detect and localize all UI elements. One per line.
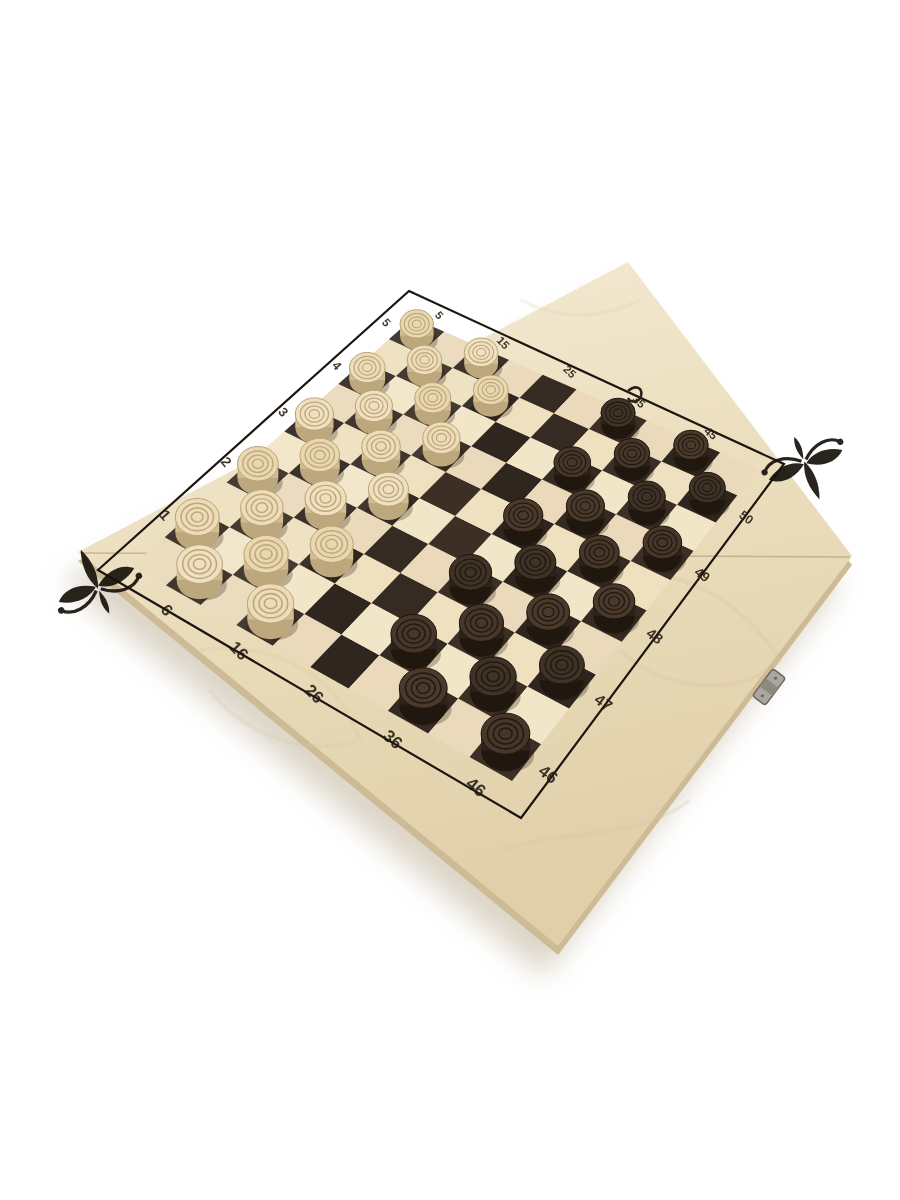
coord-label-2: 2 bbox=[218, 454, 235, 471]
coord-label-3: 3 bbox=[275, 404, 291, 419]
coord-label-5: 5 bbox=[380, 316, 394, 330]
coord-label-5: 5 bbox=[433, 309, 446, 322]
draughts-board-scene: 123455152535456162636464647484950 bbox=[0, 0, 900, 1200]
product-photo-stage: 123455152535456162636464647484950 bbox=[0, 0, 900, 1200]
